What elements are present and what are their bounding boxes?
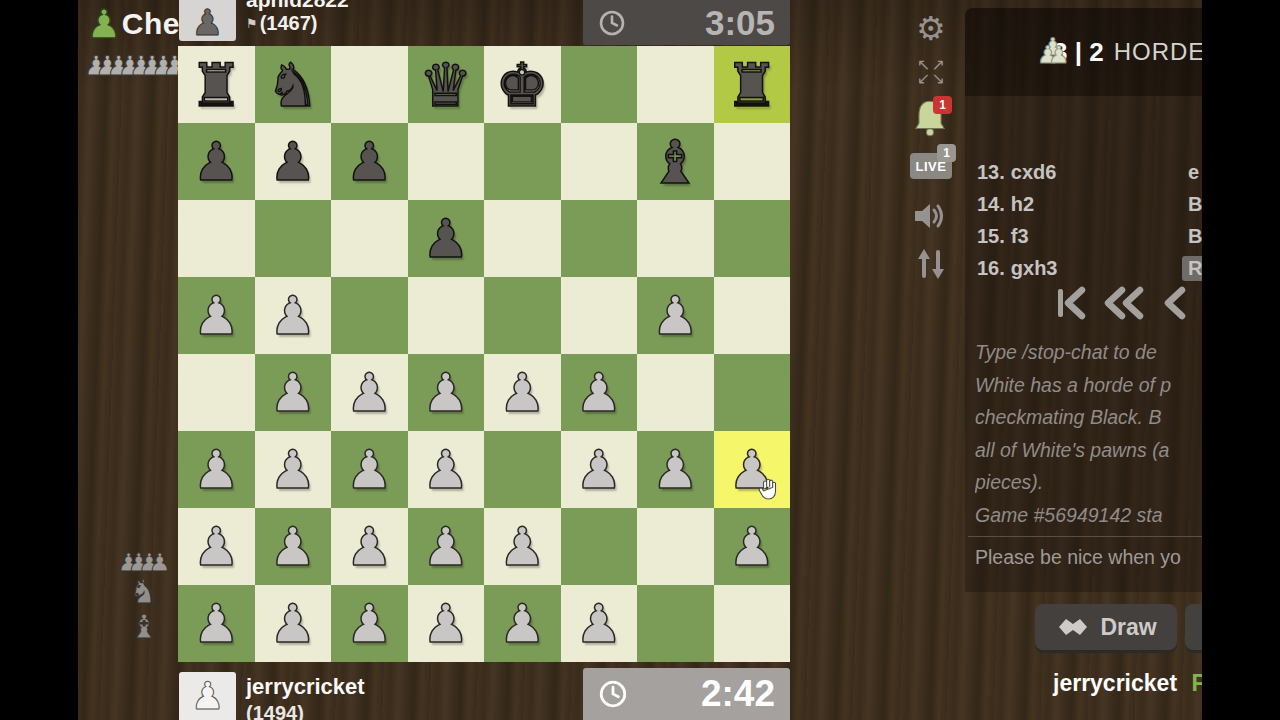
square-a4[interactable] (178, 354, 255, 431)
chat-line: all of White's pawns (a (975, 434, 1201, 467)
chat-divider (968, 536, 1202, 537)
square-c3[interactable]: ♟ (331, 431, 408, 508)
square-a8[interactable]: ♜ (178, 46, 255, 123)
square-a2[interactable]: ♟ (178, 508, 255, 585)
square-b7[interactable]: ♟ (255, 123, 332, 200)
move-row: 14.h2B (965, 188, 1202, 220)
chess-board[interactable]: ♜♞♛♚♜♟♟♟♝♟♟♟♟♟♟♟♟♟♟♟♟♟♟♟♟♟♟♟♟♟♟♟♟♟♟♟♟ (178, 46, 790, 662)
square-e6[interactable] (484, 200, 561, 277)
chat-message: jerrycricket Fo (1053, 670, 1220, 697)
square-a5[interactable]: ♟ (178, 277, 255, 354)
square-f6[interactable] (561, 200, 638, 277)
square-a1[interactable]: ♟ (178, 585, 255, 662)
nav-first-move-button[interactable] (1056, 286, 1090, 320)
square-g4[interactable] (637, 354, 714, 431)
square-g7[interactable]: ♝ (637, 123, 714, 200)
square-b1[interactable]: ♟ (255, 585, 332, 662)
avatar-pawn-icon: ♟ (191, 5, 223, 41)
move-number: 14. (977, 193, 1005, 216)
white-pawn-piece[interactable]: ♟ (728, 520, 776, 573)
right-letterbox (1202, 0, 1280, 720)
chat-line: pieces). (975, 466, 1201, 499)
square-g1[interactable] (637, 585, 714, 662)
white-pawn-piece[interactable]: ♟ (192, 597, 240, 650)
draw-button[interactable]: Draw (1035, 604, 1177, 650)
white-pawn-piece[interactable]: ♟ (651, 289, 699, 342)
black-move[interactable]: B (1188, 193, 1202, 216)
black-rook-piece[interactable]: ♜ (189, 55, 243, 115)
move-list: 13.cxd6e14.h2B15.f3B16.gxh3R (965, 156, 1202, 284)
square-e8[interactable]: ♚ (484, 46, 561, 123)
fullscreen-expand-icon[interactable]: ↖↗↙↘ (917, 58, 946, 85)
square-f2[interactable] (561, 508, 638, 585)
bottom-player-rating: (1494) (246, 702, 304, 720)
square-e4[interactable]: ♟ (484, 354, 561, 431)
white-move[interactable]: gxh3 (1011, 257, 1058, 280)
white-pawn-piece[interactable]: ♟ (192, 443, 240, 496)
move-navigation (1056, 286, 1188, 320)
white-pawn-piece[interactable]: ♟ (422, 520, 470, 573)
square-d8[interactable]: ♛ (408, 46, 485, 123)
move-row: 16.gxh3R (965, 252, 1202, 284)
square-e3[interactable] (484, 431, 561, 508)
square-g8[interactable] (637, 46, 714, 123)
avatar-pawn-icon: ♟ (190, 677, 224, 715)
square-b5[interactable]: ♟ (255, 277, 332, 354)
top-clock-time: 3:05 (705, 3, 775, 43)
square-f5[interactable] (561, 277, 638, 354)
square-h8[interactable]: ♜ (714, 46, 791, 123)
live-notification-badge: 1 (937, 144, 956, 162)
square-f8[interactable] (561, 46, 638, 123)
top-player-rating: ⚑ (1467) (246, 12, 317, 35)
draw-button-label: Draw (1100, 614, 1156, 641)
chat-line: checkmating Black. B (975, 401, 1201, 434)
clock-icon (598, 9, 626, 37)
square-b6[interactable] (255, 200, 332, 277)
white-pawn-piece[interactable]: ♟ (498, 520, 546, 573)
square-d5[interactable] (408, 277, 485, 354)
white-move[interactable]: h2 (1011, 193, 1034, 216)
square-b2[interactable]: ♟ (255, 508, 332, 585)
nav-back-button[interactable] (1158, 286, 1188, 320)
white-pawn-piece[interactable]: ♟ (575, 597, 623, 650)
square-h3[interactable]: ♟ (714, 431, 791, 508)
black-move[interactable]: e (1188, 161, 1199, 184)
chat-line: Type /stop-chat to de (975, 336, 1201, 369)
square-h2[interactable]: ♟ (714, 508, 791, 585)
black-rook-piece[interactable]: ♜ (725, 55, 779, 115)
black-queen-piece[interactable]: ♛ (419, 55, 473, 115)
white-move[interactable]: cxd6 (1011, 161, 1057, 184)
settings-gear-icon[interactable]: ⚙ (916, 12, 946, 45)
white-pawn-piece[interactable]: ♟ (498, 597, 546, 650)
square-d3[interactable]: ♟ (408, 431, 485, 508)
captured-black-bishop-icon: ♝ (129, 610, 159, 645)
top-player-clock: 3:05 (583, 0, 790, 45)
square-a3[interactable]: ♟ (178, 431, 255, 508)
handshake-icon (1055, 615, 1091, 639)
app-window: ♟ Chess ♟♟♟♟♟♟♟♟♟ ♟♟♟♟♞♝ ♜♞♛♚♜♟♟♟♝♟♟♟♟♟♟… (0, 0, 1280, 720)
top-player-name[interactable]: aphid2822 (246, 0, 349, 12)
move-number: 15. (977, 225, 1005, 248)
chat-notice: Please be nice when yo (975, 546, 1202, 569)
square-f1[interactable]: ♟ (561, 585, 638, 662)
black-pawn-piece[interactable]: ♟ (422, 212, 470, 265)
square-g2[interactable] (637, 508, 714, 585)
square-b3[interactable]: ♟ (255, 431, 332, 508)
square-a7[interactable]: ♟ (178, 123, 255, 200)
hand-cursor-icon (756, 476, 782, 502)
logo-pawn-icon: ♟ (86, 4, 122, 44)
white-pawn-piece[interactable]: ♟ (192, 520, 240, 573)
move-number: 16. (977, 257, 1005, 280)
speaker-icon[interactable] (912, 200, 946, 236)
square-d4[interactable]: ♟ (408, 354, 485, 431)
white-move[interactable]: f3 (1011, 225, 1029, 248)
square-d6[interactable]: ♟ (408, 200, 485, 277)
white-pawn-piece[interactable]: ♟ (575, 443, 623, 496)
square-c5[interactable] (331, 277, 408, 354)
black-pawn-piece[interactable]: ♟ (192, 135, 240, 188)
square-c7[interactable]: ♟ (331, 123, 408, 200)
white-pawn-piece[interactable]: ♟ (498, 366, 546, 419)
white-pawn-piece[interactable]: ♟ (269, 289, 317, 342)
black-king-piece[interactable]: ♚ (495, 55, 549, 115)
square-h7[interactable] (714, 123, 791, 200)
bell-notification-badge: 1 (933, 96, 952, 114)
white-pawn-piece[interactable]: ♟ (422, 597, 470, 650)
chat-message-username: jerrycricket (1053, 670, 1177, 696)
square-g3[interactable]: ♟ (637, 431, 714, 508)
move-row: 15.f3B (965, 220, 1202, 252)
square-h1[interactable] (714, 585, 791, 662)
square-h5[interactable] (714, 277, 791, 354)
black-pawn-piece[interactable]: ♟ (269, 135, 317, 188)
white-pawn-piece[interactable]: ♟ (269, 366, 317, 419)
chat-line: Game #56949142 sta (975, 499, 1201, 532)
square-d1[interactable]: ♟ (408, 585, 485, 662)
chat-line: White has a horde of p (975, 369, 1201, 402)
left-letterbox (0, 0, 78, 720)
bottom-player-name[interactable]: jerrycricket (246, 674, 365, 700)
square-e5[interactable] (484, 277, 561, 354)
captured-black-knight-icon: ♞ (129, 575, 159, 610)
square-e2[interactable]: ♟ (484, 508, 561, 585)
square-c6[interactable] (331, 200, 408, 277)
square-g5[interactable]: ♟ (637, 277, 714, 354)
square-f4[interactable]: ♟ (561, 354, 638, 431)
top-player-avatar[interactable]: ♟ (179, 0, 236, 41)
move-number: 13. (977, 161, 1005, 184)
white-pawn-piece[interactable]: ♟ (269, 520, 317, 573)
square-b8[interactable]: ♞ (255, 46, 332, 123)
white-pawn-piece[interactable]: ♟ (269, 443, 317, 496)
move-row: 13.cxd6e (965, 156, 1202, 188)
chat-log: Type /stop-chat to deWhite has a horde o… (975, 336, 1201, 531)
square-f7[interactable] (561, 123, 638, 200)
bottom-player-clock: 2:42 (583, 668, 790, 720)
square-c4[interactable]: ♟ (331, 354, 408, 431)
clock-icon (598, 679, 628, 709)
white-pawn-piece[interactable]: ♟ (192, 289, 240, 342)
white-pawn-piece[interactable]: ♟ (345, 443, 393, 496)
white-pawn-piece[interactable]: ♟ (269, 597, 317, 650)
bottom-player-avatar[interactable]: ♟ (179, 672, 236, 720)
square-c2[interactable]: ♟ (331, 508, 408, 585)
square-b4[interactable]: ♟ (255, 354, 332, 431)
square-d2[interactable]: ♟ (408, 508, 485, 585)
white-pawn-piece[interactable]: ♟ (345, 597, 393, 650)
square-a6[interactable] (178, 200, 255, 277)
black-pawn-piece[interactable]: ♟ (345, 135, 393, 188)
square-c1[interactable]: ♟ (331, 585, 408, 662)
square-e1[interactable]: ♟ (484, 585, 561, 662)
resign-button-partial[interactable] (1185, 604, 1202, 650)
white-pawn-piece[interactable]: ♟ (345, 520, 393, 573)
square-f3[interactable]: ♟ (561, 431, 638, 508)
flip-board-icon[interactable] (914, 246, 948, 286)
square-g6[interactable] (637, 200, 714, 277)
nav-back-fast-button[interactable] (1102, 286, 1146, 320)
white-pawn-piece[interactable]: ♟ (651, 443, 699, 496)
black-move[interactable]: B (1188, 225, 1202, 248)
black-bishop-piece[interactable]: ♝ (648, 132, 702, 192)
square-d7[interactable] (408, 123, 485, 200)
square-h4[interactable] (714, 354, 791, 431)
white-pawn-piece[interactable]: ♟ (345, 366, 393, 419)
captured-black-pieces-tray: ♟♟♟♟♞♝ (118, 550, 170, 644)
game-panel-header: ♟♟♟ 3 | 2 HORDE (965, 8, 1202, 96)
white-pawn-piece[interactable]: ♟ (422, 366, 470, 419)
flag-icon: ⚑ (246, 16, 258, 31)
top-rating-value: (1467) (260, 12, 318, 35)
square-h6[interactable] (714, 200, 791, 277)
black-knight-piece[interactable]: ♞ (266, 55, 320, 115)
white-pawn-piece[interactable]: ♟ (575, 366, 623, 419)
square-c8[interactable] (331, 46, 408, 123)
bottom-clock-time: 2:42 (701, 673, 775, 715)
variant-name: HORDE (1114, 38, 1206, 66)
white-pawn-piece[interactable]: ♟ (422, 443, 470, 496)
square-e7[interactable] (484, 123, 561, 200)
